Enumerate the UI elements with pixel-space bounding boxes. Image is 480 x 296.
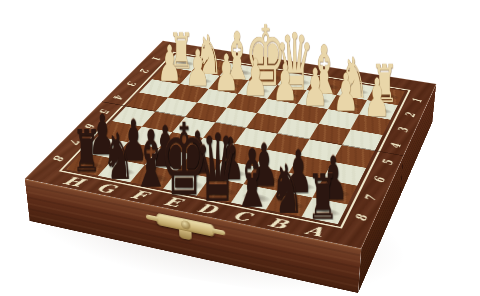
rank-label-text: 3: [395, 127, 412, 134]
brass-clasp: [156, 213, 215, 237]
piece-white-pawn-a2: ♟: [359, 100, 398, 120]
chess-box: ♜♞♝♛♚♝♞♜♟♟♟♟♟♟♟♟♟♟♟♟♟♟♟♟♜♞♝♛♚♝♞♜ HGFEDCB…: [25, 41, 437, 249]
rank-label-text: 1: [409, 98, 425, 104]
rank-label-text: 8: [352, 214, 371, 223]
rank-label-text: 1: [149, 55, 164, 60]
clasp-wing-right: [212, 228, 225, 235]
rank-label-text: 4: [110, 94, 127, 100]
clasp-wing-left: [146, 214, 158, 221]
fold-seam-side: [400, 157, 404, 198]
product-photo-scene: ♜♞♝♛♚♝♞♜♟♟♟♟♟♟♟♟♟♟♟♟♟♟♟♟♜♞♝♛♚♝♞♜ HGFEDCB…: [0, 0, 480, 296]
rank-label-text: 3: [124, 81, 140, 87]
rank-label-text: 2: [136, 68, 152, 74]
rank-label-text: 2: [402, 112, 418, 118]
rank-label-text: 4: [387, 142, 404, 149]
black-rook-glyph: ♜: [281, 166, 364, 229]
rank-label-text: 5: [379, 159, 397, 166]
piece-black-rook-a8: ♜: [302, 198, 348, 225]
